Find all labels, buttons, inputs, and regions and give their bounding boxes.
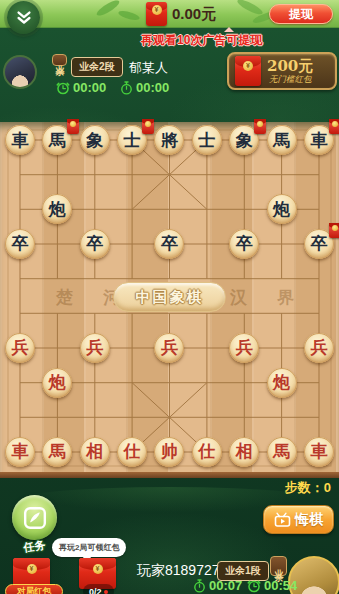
piece-character: 將	[161, 132, 178, 149]
red-envelope-icon	[235, 56, 261, 86]
piece-character: 炮	[49, 201, 66, 218]
opponent-move-timer: 00:00	[120, 80, 169, 95]
opponent-avatar[interactable]	[3, 55, 37, 89]
match-envelope-label: 对局红包	[5, 584, 63, 594]
piece-red-r7c9[interactable]: 兵	[304, 333, 334, 363]
piece-character: 相	[236, 443, 253, 460]
opponent-total-time: 00:00	[73, 80, 106, 95]
opponent-rank-badge: 业余2段	[71, 57, 123, 77]
piece-character: 卒	[161, 235, 178, 252]
piece-character: 炮	[273, 201, 290, 218]
piece-character: 卒	[86, 235, 103, 252]
piece-black-r1c4[interactable]: 士	[117, 125, 147, 155]
opponent-move-time: 00:00	[136, 80, 169, 95]
piece-character: 相	[86, 443, 103, 460]
piece-red-r8c2[interactable]: 炮	[42, 368, 72, 398]
piece-character: 仕	[124, 443, 141, 460]
piece-character: 卒	[11, 235, 28, 252]
xiangqi-board[interactable]: 楚 河 汉 界 中国象棋 車馬象士將士象馬車炮炮卒卒卒卒卒兵兵兵兵兵炮炮車馬相仕…	[0, 122, 339, 478]
piece-red-r10c2[interactable]: 馬	[42, 437, 72, 467]
board-bottom-edge	[0, 472, 339, 478]
piece-character: 仕	[198, 443, 215, 460]
piece-character: 士	[198, 132, 215, 149]
task-button[interactable]	[12, 495, 57, 540]
piece-character: 馬	[273, 132, 290, 149]
red-envelope-badge[interactable]	[329, 223, 339, 238]
board-grid[interactable]: 車馬象士將士象馬車炮炮卒卒卒卒卒兵兵兵兵兵炮炮車馬相仕帅仕相馬車	[1, 123, 337, 470]
piece-character: 炮	[273, 374, 290, 391]
piece-character: 馬	[49, 443, 66, 460]
piece-red-r7c1[interactable]: 兵	[5, 333, 35, 363]
piece-red-r7c3[interactable]: 兵	[80, 333, 110, 363]
piece-black-r1c8[interactable]: 馬	[267, 125, 297, 155]
ad-banner-text: 再观看10次广告可提现	[141, 32, 262, 49]
piece-red-r10c5[interactable]: 帅	[154, 437, 184, 467]
piece-character: 卒	[310, 235, 327, 252]
piece-character: 帅	[161, 443, 178, 460]
collapse-button[interactable]	[7, 1, 40, 34]
red-envelope-badge[interactable]	[67, 119, 79, 134]
piece-character: 車	[11, 443, 28, 460]
piece-black-r1c6[interactable]: 士	[192, 125, 222, 155]
ad-video-icon	[274, 512, 291, 527]
stopwatch-icon	[193, 579, 206, 593]
piece-character: 象	[236, 132, 253, 149]
opponent-total-timer: 00:00	[56, 80, 106, 95]
piece-red-r10c7[interactable]: 相	[229, 437, 259, 467]
piece-black-r1c3[interactable]: 象	[80, 125, 110, 155]
stopwatch-icon	[120, 81, 133, 95]
alarm-clock-icon	[56, 81, 70, 95]
piece-character: 車	[310, 443, 327, 460]
piece-black-r4c3[interactable]: 卒	[80, 229, 110, 259]
player-move-time: 00:07	[209, 578, 242, 593]
piece-red-r8c8[interactable]: 炮	[267, 368, 297, 398]
bamboo-leaf-icon	[117, 8, 140, 22]
piece-character: 卒	[236, 235, 253, 252]
alarm-clock-icon	[247, 579, 261, 593]
piece-character: 兵	[161, 339, 178, 356]
piece-red-r10c9[interactable]: 車	[304, 437, 334, 467]
red-envelope-badge[interactable]	[142, 119, 154, 134]
piece-black-r1c2[interactable]: 馬	[42, 125, 72, 155]
piece-red-r10c3[interactable]: 相	[80, 437, 110, 467]
piece-black-r1c1[interactable]: 車	[5, 125, 35, 155]
envelope-progress-text: 0/2	[89, 587, 102, 594]
piece-black-r3c2[interactable]: 炮	[42, 194, 72, 224]
player-rank-tag: 业余	[270, 556, 287, 576]
piece-black-r4c7[interactable]: 卒	[229, 229, 259, 259]
piece-black-r1c9[interactable]: 車	[304, 125, 334, 155]
piece-character: 兵	[310, 339, 327, 356]
notification-dot	[104, 590, 108, 594]
piece-red-r7c7[interactable]: 兵	[229, 333, 259, 363]
piece-black-r1c5[interactable]: 將	[154, 125, 184, 155]
piece-black-r3c8[interactable]: 炮	[267, 194, 297, 224]
piece-character: 兵	[236, 339, 253, 356]
piece-character: 兵	[86, 339, 103, 356]
envelope-caption: 无门槛红包	[269, 75, 312, 84]
piece-black-r1c7[interactable]: 象	[229, 125, 259, 155]
xiangqi-app: 0.00元 提现 再观看10次广告可提现 业余 业余2段 郁某人 00:00 0…	[0, 0, 339, 594]
opponent-rank-tag: 业余	[52, 54, 67, 66]
move-counter: 步数：0	[285, 479, 331, 497]
piece-red-r7c5[interactable]: 兵	[154, 333, 184, 363]
wallet-envelope-icon[interactable]	[146, 2, 167, 26]
piece-black-r4c1[interactable]: 卒	[5, 229, 35, 259]
piece-character: 士	[124, 132, 141, 149]
newbie-envelope-banner[interactable]: 200元 无门槛红包	[227, 52, 337, 90]
piece-red-r10c6[interactable]: 仕	[192, 437, 222, 467]
piece-red-r10c4[interactable]: 仕	[117, 437, 147, 467]
piece-red-r10c1[interactable]: 車	[5, 437, 35, 467]
bamboo-leaf-icon	[95, 0, 122, 18]
player-total-timer: 00:54	[247, 578, 297, 593]
double-chevron-down-icon	[15, 10, 33, 26]
red-envelope-badge[interactable]	[254, 119, 266, 134]
piece-character: 車	[310, 132, 327, 149]
envelope-amount: 200元	[267, 58, 313, 75]
feather-task-icon	[23, 506, 47, 530]
piece-character: 車	[11, 132, 28, 149]
piece-character: 炮	[49, 374, 66, 391]
player-total-time: 00:54	[264, 578, 297, 593]
piece-black-r4c5[interactable]: 卒	[154, 229, 184, 259]
red-envelope-badge[interactable]	[329, 119, 339, 134]
undo-move-button[interactable]: 悔棋	[263, 505, 334, 534]
piece-red-r10c8[interactable]: 馬	[267, 437, 297, 467]
player-move-timer: 00:07	[193, 578, 242, 593]
envelope-progress-label: 0/2	[83, 584, 114, 594]
balance-amount[interactable]: 0.00元	[172, 5, 216, 24]
undo-label: 悔棋	[295, 511, 323, 529]
piece-character: 馬	[49, 132, 66, 149]
piece-character: 象	[86, 132, 103, 149]
piece-character: 馬	[273, 443, 290, 460]
reward-hint-bubble: 再玩2局可领红包	[52, 538, 126, 557]
withdraw-button[interactable]: 提现	[269, 4, 333, 24]
piece-black-r4c9[interactable]: 卒	[304, 229, 334, 259]
opponent-name: 郁某人	[129, 59, 168, 77]
piece-character: 兵	[11, 339, 28, 356]
